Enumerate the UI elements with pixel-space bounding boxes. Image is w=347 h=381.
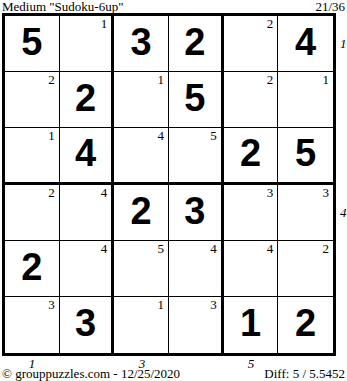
cell-r6c3[interactable]: 1 (114, 297, 169, 353)
cell-r1c2[interactable]: 1 (60, 16, 115, 72)
corner-clue-number: 1 (101, 16, 108, 31)
cell-r2c3[interactable]: 1 (114, 72, 169, 128)
corner-clue-number: 5 (158, 241, 165, 256)
cell-r6c5[interactable]: 1 (224, 297, 279, 353)
cell-r4c6[interactable]: 3 (278, 185, 333, 241)
given-digit: 3 (75, 304, 96, 342)
corner-clue-number: 1 (323, 72, 330, 87)
corner-clue-number: 4 (210, 241, 217, 256)
cell-r4c2[interactable]: 4 (60, 185, 115, 241)
cell-r6c4[interactable]: 3 (169, 297, 224, 353)
corner-clue-number: 2 (48, 185, 55, 200)
corner-clue-number: 2 (48, 72, 55, 87)
corner-clue-number: 5 (210, 128, 217, 143)
row-label-1: 1 (340, 36, 347, 51)
cell-r3c1[interactable]: 1 (5, 128, 60, 184)
cell-r1c1[interactable]: 5 (5, 16, 60, 72)
corner-clue-number: 4 (267, 241, 274, 256)
cell-r3c5[interactable]: 2 (224, 128, 279, 184)
cell-r3c2[interactable]: 4 (60, 128, 115, 184)
col-label-3: 3 (139, 356, 146, 371)
given-digit: 2 (131, 192, 152, 230)
cell-r4c3[interactable]: 2 (114, 185, 169, 241)
cell-r3c6[interactable]: 5 (278, 128, 333, 184)
cell-r2c5[interactable]: 2 (224, 72, 279, 128)
cell-r3c4[interactable]: 5 (169, 128, 224, 184)
corner-clue-number: 3 (48, 297, 55, 312)
cell-r5c5[interactable]: 4 (224, 241, 279, 297)
corner-clue-number: 4 (101, 185, 108, 200)
corner-clue-number: 4 (158, 128, 165, 143)
cell-r5c2[interactable]: 4 (60, 241, 115, 297)
given-digit: 2 (295, 304, 316, 342)
cell-r5c3[interactable]: 5 (114, 241, 169, 297)
puzzle-page: Medium "Sudoku-6up" 21/36 51322422152114… (0, 0, 347, 381)
progress-counter: 21/36 (315, 0, 345, 13)
given-digit: 5 (184, 79, 205, 117)
given-digit: 5 (21, 23, 42, 61)
row-label-4: 4 (340, 205, 347, 220)
given-digit: 2 (240, 134, 261, 172)
cell-r1c4[interactable]: 2 (169, 16, 224, 72)
corner-clue-number: 1 (158, 72, 165, 87)
cell-r2c4[interactable]: 5 (169, 72, 224, 128)
col-label-1: 1 (29, 356, 36, 371)
corner-clue-number: 2 (267, 16, 274, 31)
corner-clue-number: 3 (267, 185, 274, 200)
cell-r4c1[interactable]: 2 (5, 185, 60, 241)
corner-clue-number: 4 (101, 241, 108, 256)
cell-r4c5[interactable]: 3 (224, 185, 279, 241)
footer: © grouppuzzles.com - 12/25/2020 Diff: 5 … (2, 367, 345, 381)
cell-r1c5[interactable]: 2 (224, 16, 279, 72)
given-digit: 5 (295, 134, 316, 172)
cell-r1c3[interactable]: 3 (114, 16, 169, 72)
title-bar: Medium "Sudoku-6up" 21/36 (2, 0, 345, 13)
cell-r6c2[interactable]: 3 (60, 297, 115, 353)
given-digit: 2 (75, 79, 96, 117)
corner-clue-number: 1 (158, 297, 165, 312)
cell-r2c1[interactable]: 2 (5, 72, 60, 128)
given-digit: 2 (21, 248, 42, 286)
cell-r5c6[interactable]: 2 (278, 241, 333, 297)
cell-r5c4[interactable]: 4 (169, 241, 224, 297)
col-label-5: 5 (248, 356, 255, 371)
given-digit: 4 (75, 134, 96, 172)
sudoku-board: 513224221521144525242333245442331312 (2, 13, 336, 356)
difficulty-text: Diff: 5 / 5.5452 (264, 367, 345, 381)
cell-r6c6[interactable]: 2 (278, 297, 333, 353)
given-digit: 3 (184, 192, 205, 230)
given-digit: 3 (131, 23, 152, 61)
page-title: Medium "Sudoku-6up" (2, 0, 123, 13)
cell-r3c3[interactable]: 4 (114, 128, 169, 184)
corner-clue-number: 1 (48, 128, 55, 143)
cell-r2c2[interactable]: 2 (60, 72, 115, 128)
corner-clue-number: 3 (210, 297, 217, 312)
corner-clue-number: 3 (323, 185, 330, 200)
corner-clue-number: 2 (267, 72, 274, 87)
cell-r4c4[interactable]: 3 (169, 185, 224, 241)
cell-r6c1[interactable]: 3 (5, 297, 60, 353)
cell-r1c6[interactable]: 4 (278, 16, 333, 72)
given-digit: 1 (240, 304, 261, 342)
cell-r2c6[interactable]: 1 (278, 72, 333, 128)
given-digit: 2 (184, 23, 205, 61)
corner-clue-number: 2 (323, 241, 330, 256)
given-digit: 4 (295, 23, 316, 61)
cell-r5c1[interactable]: 2 (5, 241, 60, 297)
